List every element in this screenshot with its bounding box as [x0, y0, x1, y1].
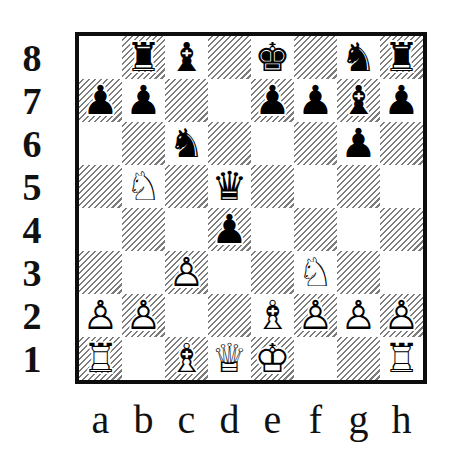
square-e1: ♚♔ — [251, 337, 294, 380]
square-f8 — [294, 36, 337, 79]
square-d2 — [208, 294, 251, 337]
black-knight-g8: ♞ — [337, 36, 380, 79]
black-bishop-c8: ♝ — [165, 36, 208, 79]
white-pawn-b2: ♟♙ — [122, 294, 165, 337]
square-f2: ♟♙ — [294, 294, 337, 337]
black-piece-glyph: ♟ — [251, 79, 294, 122]
file-label-e: e — [251, 390, 294, 448]
square-b6 — [122, 122, 165, 165]
white-piece-outline: ♙ — [122, 294, 165, 337]
square-d8 — [208, 36, 251, 79]
square-h4 — [380, 208, 423, 251]
square-g8: ♞ — [337, 36, 380, 79]
file-label-g: g — [337, 390, 380, 448]
white-queen-d1: ♛♕ — [208, 337, 251, 380]
black-piece-glyph: ♟ — [79, 79, 122, 122]
square-h1: ♜♖ — [380, 337, 423, 380]
square-e7: ♟ — [251, 79, 294, 122]
square-c5 — [165, 165, 208, 208]
white-piece-outline: ♗ — [251, 294, 294, 337]
white-piece-outline: ♘ — [122, 165, 165, 208]
square-h6 — [380, 122, 423, 165]
white-pawn-g2: ♟♙ — [337, 294, 380, 337]
white-piece-outline: ♖ — [380, 337, 423, 380]
file-label-a: a — [79, 390, 122, 448]
square-e6 — [251, 122, 294, 165]
square-f6 — [294, 122, 337, 165]
square-h2: ♟♙ — [380, 294, 423, 337]
black-piece-glyph: ♟ — [380, 79, 423, 122]
square-h7: ♟ — [380, 79, 423, 122]
black-knight-c6: ♞ — [165, 122, 208, 165]
black-piece-glyph: ♚ — [251, 36, 294, 79]
black-rook-b8: ♜ — [122, 36, 165, 79]
square-c4 — [165, 208, 208, 251]
white-pawn-a2: ♟♙ — [79, 294, 122, 337]
square-f5 — [294, 165, 337, 208]
square-g5 — [337, 165, 380, 208]
white-piece-outline: ♙ — [337, 294, 380, 337]
rank-label-2: 2 — [8, 294, 56, 337]
file-labels: abcdefgh — [79, 390, 423, 448]
rank-label-3: 3 — [8, 251, 56, 294]
rank-label-5: 5 — [8, 165, 56, 208]
square-f7: ♟ — [294, 79, 337, 122]
file-label-c: c — [165, 390, 208, 448]
white-rook-a1: ♜♖ — [79, 337, 122, 380]
square-a6 — [79, 122, 122, 165]
square-d3 — [208, 251, 251, 294]
black-pawn-e7: ♟ — [251, 79, 294, 122]
black-piece-glyph: ♟ — [208, 208, 251, 251]
white-pawn-c3: ♟♙ — [165, 251, 208, 294]
black-bishop-g7: ♝ — [337, 79, 380, 122]
square-g3 — [337, 251, 380, 294]
square-g1 — [337, 337, 380, 380]
black-pawn-b7: ♟ — [122, 79, 165, 122]
square-d1: ♛♕ — [208, 337, 251, 380]
white-pawn-h2: ♟♙ — [380, 294, 423, 337]
black-piece-glyph: ♟ — [294, 79, 337, 122]
file-label-h: h — [380, 390, 423, 448]
white-pawn-f2: ♟♙ — [294, 294, 337, 337]
rank-label-1: 1 — [8, 337, 56, 380]
rank-label-4: 4 — [8, 208, 56, 251]
black-piece-glyph: ♝ — [337, 79, 380, 122]
square-h8: ♜ — [380, 36, 423, 79]
white-knight-f3: ♞♘ — [294, 251, 337, 294]
square-d7 — [208, 79, 251, 122]
square-d6 — [208, 122, 251, 165]
square-c7 — [165, 79, 208, 122]
black-pawn-g6: ♟ — [337, 122, 380, 165]
square-b1 — [122, 337, 165, 380]
square-b7: ♟ — [122, 79, 165, 122]
square-b8: ♜ — [122, 36, 165, 79]
black-piece-glyph: ♟ — [122, 79, 165, 122]
square-h3 — [380, 251, 423, 294]
square-c1: ♝♗ — [165, 337, 208, 380]
white-piece-outline: ♗ — [165, 337, 208, 380]
black-rook-h8: ♜ — [380, 36, 423, 79]
square-e2: ♝♗ — [251, 294, 294, 337]
chess-board: ♜♝♚♞♜♟♟♟♟♝♟♞♟♞♘♛♟♟♙♞♘♟♙♟♙♝♗♟♙♟♙♟♙♜♖♝♗♛♕♚… — [75, 32, 427, 384]
square-f1 — [294, 337, 337, 380]
rank-label-8: 8 — [8, 36, 56, 79]
square-g7: ♝ — [337, 79, 380, 122]
square-f4 — [294, 208, 337, 251]
white-piece-outline: ♙ — [380, 294, 423, 337]
chess-diagram-page: 87654321 ♜♝♚♞♜♟♟♟♟♝♟♞♟♞♘♛♟♟♙♞♘♟♙♟♙♝♗♟♙♟♙… — [0, 0, 469, 457]
square-e3 — [251, 251, 294, 294]
square-a8 — [79, 36, 122, 79]
square-b4 — [122, 208, 165, 251]
square-a7: ♟ — [79, 79, 122, 122]
square-e4 — [251, 208, 294, 251]
square-c2 — [165, 294, 208, 337]
white-rook-h1: ♜♖ — [380, 337, 423, 380]
white-piece-outline: ♘ — [294, 251, 337, 294]
black-piece-glyph: ♜ — [380, 36, 423, 79]
file-label-f: f — [294, 390, 337, 448]
square-h5 — [380, 165, 423, 208]
square-a5 — [79, 165, 122, 208]
square-d4: ♟ — [208, 208, 251, 251]
square-g2: ♟♙ — [337, 294, 380, 337]
black-king-e8: ♚ — [251, 36, 294, 79]
square-b3 — [122, 251, 165, 294]
square-c8: ♝ — [165, 36, 208, 79]
white-king-e1: ♚♔ — [251, 337, 294, 380]
black-piece-glyph: ♞ — [337, 36, 380, 79]
white-piece-outline: ♙ — [294, 294, 337, 337]
black-piece-glyph: ♞ — [165, 122, 208, 165]
black-pawn-h7: ♟ — [380, 79, 423, 122]
square-e8: ♚ — [251, 36, 294, 79]
white-bishop-c1: ♝♗ — [165, 337, 208, 380]
square-a4 — [79, 208, 122, 251]
file-label-b: b — [122, 390, 165, 448]
square-a2: ♟♙ — [79, 294, 122, 337]
file-label-d: d — [208, 390, 251, 448]
black-pawn-a7: ♟ — [79, 79, 122, 122]
square-c6: ♞ — [165, 122, 208, 165]
black-pawn-f7: ♟ — [294, 79, 337, 122]
square-b2: ♟♙ — [122, 294, 165, 337]
square-b5: ♞♘ — [122, 165, 165, 208]
square-a1: ♜♖ — [79, 337, 122, 380]
white-piece-outline: ♕ — [208, 337, 251, 380]
white-bishop-e2: ♝♗ — [251, 294, 294, 337]
black-pawn-d4: ♟ — [208, 208, 251, 251]
rank-label-6: 6 — [8, 122, 56, 165]
black-piece-glyph: ♛ — [208, 165, 251, 208]
black-piece-glyph: ♝ — [165, 36, 208, 79]
square-a3 — [79, 251, 122, 294]
white-piece-outline: ♙ — [165, 251, 208, 294]
white-piece-outline: ♙ — [79, 294, 122, 337]
square-g6: ♟ — [337, 122, 380, 165]
square-c3: ♟♙ — [165, 251, 208, 294]
black-piece-glyph: ♜ — [122, 36, 165, 79]
black-queen-d5: ♛ — [208, 165, 251, 208]
square-d5: ♛ — [208, 165, 251, 208]
white-piece-outline: ♔ — [251, 337, 294, 380]
white-piece-outline: ♖ — [79, 337, 122, 380]
square-g4 — [337, 208, 380, 251]
square-f3: ♞♘ — [294, 251, 337, 294]
square-e5 — [251, 165, 294, 208]
rank-labels: 87654321 — [8, 36, 56, 380]
rank-label-7: 7 — [8, 79, 56, 122]
white-knight-b5: ♞♘ — [122, 165, 165, 208]
black-piece-glyph: ♟ — [337, 122, 380, 165]
